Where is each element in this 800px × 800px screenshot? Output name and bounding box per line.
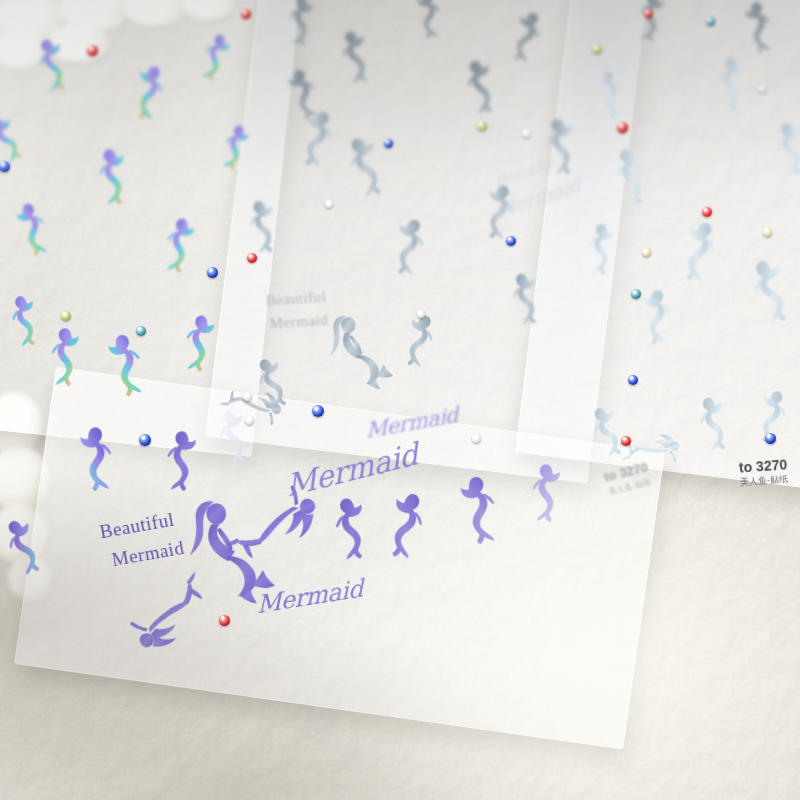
printed-text: Mermaid: [257, 575, 363, 620]
printed-text: 美人鱼-贴纸: [740, 473, 789, 489]
printed-text: Beautiful: [98, 509, 176, 544]
printed-text: Mermaid: [269, 311, 329, 332]
printed-text: Mermaid: [754, 42, 800, 101]
printed-labels-layer: BeautifulMermaidMermaidMermaidMermaidBea…: [0, 0, 800, 800]
printed-text: Mermaid: [110, 537, 186, 571]
photo-of-mermaid-nail-sticker-sheets: BeautifulMermaidMermaidMermaidMermaidBea…: [0, 0, 800, 800]
printed-text: Mermaid: [285, 436, 419, 504]
printed-text: Beautiful: [265, 288, 326, 309]
